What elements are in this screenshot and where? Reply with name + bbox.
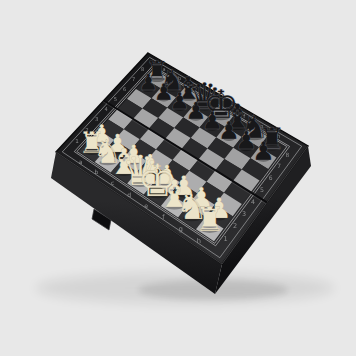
coordinate-label: 3 (242, 210, 246, 218)
white-rook-h1[interactable]: ♜ (195, 200, 225, 239)
chess-set-photo: aa88bb77cc66dd55ee44ff33gg22hh11♜♞♟♝♟♛♟♚… (0, 0, 356, 356)
coordinate-label: 6 (269, 174, 273, 181)
coordinate-label: h (197, 237, 201, 245)
coordinate-label: 7 (132, 76, 135, 82)
coordinate-label: 7 (277, 163, 281, 169)
coordinate-label: 6 (123, 86, 126, 92)
coordinate-label: 2 (233, 222, 237, 230)
coordinate-label: 5 (260, 186, 264, 193)
coordinate-label: 5 (114, 96, 117, 102)
black-pawn-h7[interactable]: ♟ (252, 136, 275, 166)
product-photo: aa88bb77cc66dd55ee44ff33gg22hh11♜♞♟♝♟♛♟♚… (0, 0, 356, 356)
coordinate-label: 4 (251, 198, 255, 205)
coordinate-label: 8 (286, 152, 290, 158)
